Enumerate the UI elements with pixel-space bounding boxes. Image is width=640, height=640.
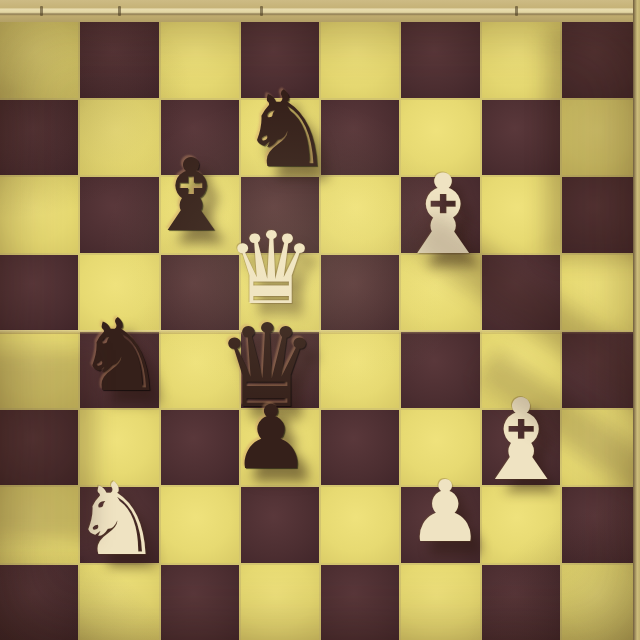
square-a3[interactable] [0, 410, 78, 486]
white-knight-b2[interactable]: ♞ [72, 470, 162, 570]
board-hinge-strip [0, 0, 640, 22]
square-e2[interactable] [321, 487, 399, 563]
square-e3[interactable] [321, 410, 399, 486]
square-h1[interactable] [562, 565, 640, 640]
square-e4[interactable] [321, 332, 399, 408]
square-c1[interactable] [161, 565, 239, 640]
black-knight-d7[interactable]: ♞ [240, 78, 334, 183]
square-g1[interactable] [482, 565, 560, 640]
square-d1[interactable] [241, 565, 319, 640]
black-bishop-c6[interactable]: ♝ [146, 146, 236, 246]
hinge-screw-mark [260, 6, 263, 16]
square-f8[interactable] [401, 22, 479, 98]
square-a4[interactable] [0, 332, 78, 408]
square-a7[interactable] [0, 100, 78, 176]
square-a2[interactable] [0, 487, 78, 563]
black-knight-b4[interactable]: ♞ [76, 306, 166, 406]
square-f4[interactable] [401, 332, 479, 408]
square-h2[interactable] [562, 487, 640, 563]
square-h5[interactable] [562, 255, 640, 331]
hinge-screw-mark [118, 6, 121, 16]
square-e1[interactable] [321, 565, 399, 640]
square-a1[interactable] [0, 565, 78, 640]
square-h7[interactable] [562, 100, 640, 176]
square-d2[interactable] [241, 487, 319, 563]
square-h4[interactable] [562, 332, 640, 408]
square-g7[interactable] [482, 100, 560, 176]
square-h8[interactable] [562, 22, 640, 98]
square-g8[interactable] [482, 22, 560, 98]
square-a6[interactable] [0, 177, 78, 253]
square-f1[interactable] [401, 565, 479, 640]
hinge-screw-mark [40, 6, 43, 16]
square-c8[interactable] [161, 22, 239, 98]
chess-board-photo: ♞♝♝♛♛♞♟♝♞♟ [0, 0, 640, 640]
square-a8[interactable] [0, 22, 78, 98]
square-g5[interactable] [482, 255, 560, 331]
square-h3[interactable] [562, 410, 640, 486]
square-b8[interactable] [80, 22, 158, 98]
square-g6[interactable] [482, 177, 560, 253]
white-pawn-f2[interactable]: ♟ [407, 469, 483, 554]
square-e5[interactable] [321, 255, 399, 331]
board-frame-edge [633, 0, 640, 640]
white-bishop-f6[interactable]: ♝ [394, 160, 493, 270]
black-pawn-d3[interactable]: ♟ [232, 394, 311, 482]
square-h6[interactable] [562, 177, 640, 253]
square-a5[interactable] [0, 255, 78, 331]
hinge-screw-mark [515, 6, 518, 16]
square-c2[interactable] [161, 487, 239, 563]
white-bishop-g3[interactable]: ♝ [471, 384, 571, 496]
